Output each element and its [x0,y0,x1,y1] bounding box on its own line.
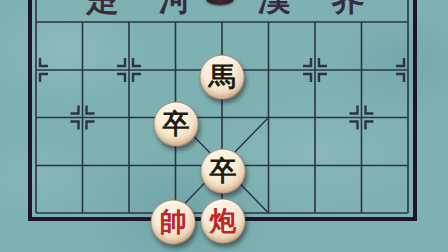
piece-black-soldier-2[interactable]: 卒 [201,149,246,194]
river-char-chu: 楚 [86,0,119,16]
river-char-he: 河 [159,0,192,16]
piece-black-horse[interactable]: 馬 [200,55,245,100]
river-char-jie: 界 [332,0,365,16]
xiangqi-board: 楚河漢界 馬卒卒帥炮 [0,0,448,252]
piece-black-soldier-1[interactable]: 卒 [154,102,199,147]
river-char-han: 漢 [258,0,291,16]
piece-red-cannon[interactable]: 炮 [201,199,246,244]
piece-red-general[interactable]: 帥 [151,200,196,245]
